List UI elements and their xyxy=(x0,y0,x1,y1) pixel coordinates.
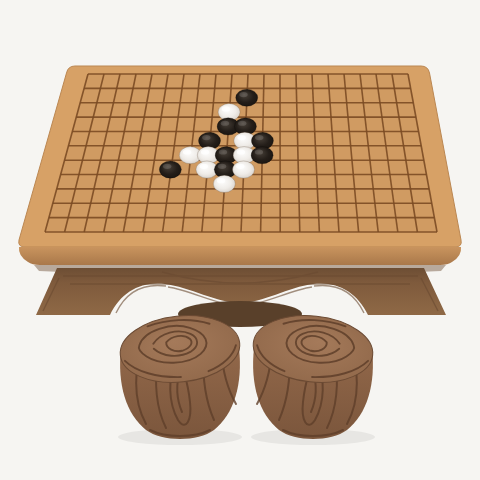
black-stone[interactable] xyxy=(236,89,258,106)
black-stone[interactable] xyxy=(159,161,181,178)
black-stone[interactable] xyxy=(251,147,273,164)
board-front-edge xyxy=(19,247,461,265)
white-stone[interactable] xyxy=(213,175,235,192)
stone-bowl-left[interactable] xyxy=(117,310,243,445)
stone-bowls xyxy=(117,310,376,445)
stone-bowl-right-wrap xyxy=(250,310,376,445)
stone-bowl-right[interactable] xyxy=(250,310,376,445)
white-stone[interactable] xyxy=(233,161,255,178)
board-stand xyxy=(36,268,446,327)
go-scene-svg xyxy=(0,0,480,480)
go-illustration-scene xyxy=(0,0,480,480)
